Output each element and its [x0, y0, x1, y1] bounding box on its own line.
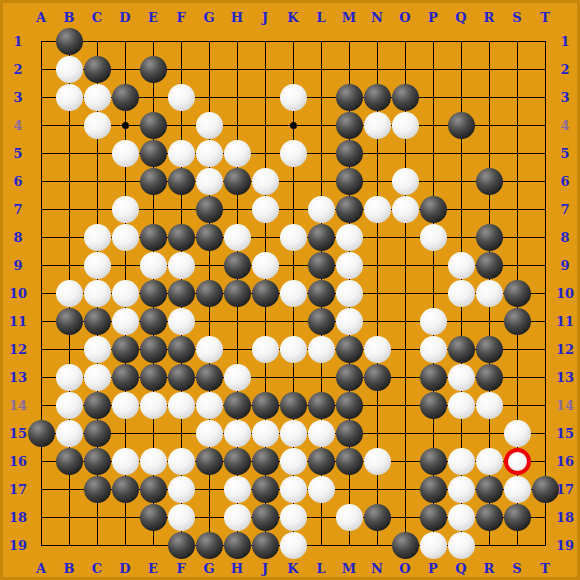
- stone-G19: [196, 532, 223, 559]
- row-label-right-19: 19: [556, 538, 574, 553]
- stone-G5: [196, 140, 223, 167]
- stone-L9: [308, 252, 335, 279]
- stone-Q17: [448, 476, 475, 503]
- stone-M11: [336, 308, 363, 335]
- row-label-left-16: 16: [9, 454, 27, 469]
- stone-H9: [224, 252, 251, 279]
- stone-L12: [308, 336, 335, 363]
- stone-Q9: [448, 252, 475, 279]
- col-label-bottom-M: M: [342, 561, 356, 576]
- stone-G8: [196, 224, 223, 251]
- stone-C17: [84, 476, 111, 503]
- row-label-right-17: 17: [556, 482, 574, 497]
- stone-R18: [476, 504, 503, 531]
- stone-E18: [140, 504, 167, 531]
- stone-N7: [364, 196, 391, 223]
- stone-D10: [112, 280, 139, 307]
- stone-C15: [84, 420, 111, 447]
- stone-J17: [252, 476, 279, 503]
- col-label-top-F: F: [176, 10, 185, 25]
- col-label-top-E: E: [148, 10, 158, 25]
- stone-E10: [140, 280, 167, 307]
- stone-D5: [112, 140, 139, 167]
- stone-E13: [140, 364, 167, 391]
- stone-C3: [84, 84, 111, 111]
- col-label-top-N: N: [371, 10, 383, 25]
- stone-B15: [56, 420, 83, 447]
- row-label-right-8: 8: [560, 230, 569, 245]
- stone-C12: [84, 336, 111, 363]
- stone-R12: [476, 336, 503, 363]
- stone-P7: [420, 196, 447, 223]
- row-label-left-13: 13: [9, 370, 27, 385]
- stone-E2: [140, 56, 167, 83]
- stone-R16: [476, 448, 503, 475]
- stone-H6: [224, 168, 251, 195]
- stone-G13: [196, 364, 223, 391]
- stone-S17: [504, 476, 531, 503]
- stone-F8: [168, 224, 195, 251]
- stone-L10: [308, 280, 335, 307]
- stone-C13: [84, 364, 111, 391]
- row-label-right-2: 2: [560, 62, 569, 77]
- row-label-right-5: 5: [560, 146, 569, 161]
- stone-O19: [392, 532, 419, 559]
- stone-Q16: [448, 448, 475, 475]
- stone-C9: [84, 252, 111, 279]
- col-label-bottom-O: O: [399, 561, 410, 576]
- stone-D13: [112, 364, 139, 391]
- stone-R10: [476, 280, 503, 307]
- stone-C2: [84, 56, 111, 83]
- stone-F10: [168, 280, 195, 307]
- stone-H18: [224, 504, 251, 531]
- col-label-bottom-A: A: [36, 561, 46, 576]
- stone-H8: [224, 224, 251, 251]
- stone-D16: [112, 448, 139, 475]
- col-label-bottom-K: K: [287, 561, 298, 576]
- stone-L11: [308, 308, 335, 335]
- stone-L15: [308, 420, 335, 447]
- col-label-top-T: T: [540, 10, 550, 25]
- stone-P11: [420, 308, 447, 335]
- stone-N4: [364, 112, 391, 139]
- star-point-D4: [122, 122, 129, 129]
- stone-G4: [196, 112, 223, 139]
- stone-G14: [196, 392, 223, 419]
- col-label-top-B: B: [64, 10, 75, 25]
- stone-S10: [504, 280, 531, 307]
- stone-B1: [56, 28, 83, 55]
- stone-R9: [476, 252, 503, 279]
- col-label-bottom-F: F: [176, 561, 185, 576]
- col-label-bottom-D: D: [119, 561, 130, 576]
- stone-E9: [140, 252, 167, 279]
- stone-R13: [476, 364, 503, 391]
- col-label-top-K: K: [287, 10, 298, 25]
- stone-S18: [504, 504, 531, 531]
- stone-E12: [140, 336, 167, 363]
- stone-J15: [252, 420, 279, 447]
- stone-Q12: [448, 336, 475, 363]
- row-label-left-14: 14: [9, 398, 27, 413]
- stone-F12: [168, 336, 195, 363]
- stone-J16: [252, 448, 279, 475]
- col-label-top-Q: Q: [455, 10, 466, 25]
- stone-M4: [336, 112, 363, 139]
- stone-F19: [168, 532, 195, 559]
- stone-C11: [84, 308, 111, 335]
- stone-B10: [56, 280, 83, 307]
- row-label-left-8: 8: [13, 230, 22, 245]
- stone-F18: [168, 504, 195, 531]
- stone-E4: [140, 112, 167, 139]
- stone-L16: [308, 448, 335, 475]
- stone-B13: [56, 364, 83, 391]
- row-label-right-15: 15: [556, 426, 574, 441]
- stone-K17: [280, 476, 307, 503]
- row-label-left-17: 17: [9, 482, 27, 497]
- stone-Q4: [448, 112, 475, 139]
- go-app-window: AABBCCDDEEFFGGHHJJKKLLMMNNOOPPQQRRSSTT11…: [0, 0, 580, 580]
- col-label-bottom-B: B: [64, 561, 75, 576]
- stone-P8: [420, 224, 447, 251]
- stone-K3: [280, 84, 307, 111]
- row-label-right-1: 1: [560, 34, 569, 49]
- stone-M12: [336, 336, 363, 363]
- stone-R8: [476, 224, 503, 251]
- col-label-top-A: A: [36, 10, 46, 25]
- stone-P19: [420, 532, 447, 559]
- col-label-bottom-P: P: [428, 561, 438, 576]
- stone-M3: [336, 84, 363, 111]
- stone-M7: [336, 196, 363, 223]
- stone-M8: [336, 224, 363, 251]
- stone-M10: [336, 280, 363, 307]
- stone-K14: [280, 392, 307, 419]
- stone-F16: [168, 448, 195, 475]
- row-label-left-6: 6: [13, 174, 22, 189]
- stone-D3: [112, 84, 139, 111]
- row-label-left-7: 7: [13, 202, 22, 217]
- col-label-top-R: R: [484, 10, 495, 25]
- row-label-left-15: 15: [9, 426, 27, 441]
- row-label-right-4: 4: [560, 118, 569, 133]
- col-label-bottom-E: E: [148, 561, 158, 576]
- stone-H5: [224, 140, 251, 167]
- stone-C8: [84, 224, 111, 251]
- row-label-left-5: 5: [13, 146, 22, 161]
- col-label-bottom-G: G: [203, 561, 214, 576]
- row-label-left-12: 12: [9, 342, 27, 357]
- stone-R6: [476, 168, 503, 195]
- col-label-top-S: S: [512, 10, 521, 25]
- stone-G10: [196, 280, 223, 307]
- stone-E5: [140, 140, 167, 167]
- row-label-left-1: 1: [13, 34, 22, 49]
- grid-line-vertical: [545, 41, 546, 546]
- stone-J7: [252, 196, 279, 223]
- row-label-left-2: 2: [13, 62, 22, 77]
- stone-L8: [308, 224, 335, 251]
- stone-P14: [420, 392, 447, 419]
- stone-N18: [364, 504, 391, 531]
- stone-C4: [84, 112, 111, 139]
- stone-P18: [420, 504, 447, 531]
- row-label-right-3: 3: [560, 90, 569, 105]
- stone-J14: [252, 392, 279, 419]
- stone-F17: [168, 476, 195, 503]
- col-label-bottom-S: S: [512, 561, 521, 576]
- stone-F6: [168, 168, 195, 195]
- stone-M16: [336, 448, 363, 475]
- stone-E8: [140, 224, 167, 251]
- stone-N3: [364, 84, 391, 111]
- stone-G12: [196, 336, 223, 363]
- stone-J19: [252, 532, 279, 559]
- stone-G16: [196, 448, 223, 475]
- stone-M15: [336, 420, 363, 447]
- stone-K8: [280, 224, 307, 251]
- row-label-right-13: 13: [556, 370, 574, 385]
- stone-Q18: [448, 504, 475, 531]
- stone-F13: [168, 364, 195, 391]
- stone-B2: [56, 56, 83, 83]
- stone-E11: [140, 308, 167, 335]
- stone-B3: [56, 84, 83, 111]
- stone-D7: [112, 196, 139, 223]
- stone-H13: [224, 364, 251, 391]
- stone-H15: [224, 420, 251, 447]
- col-label-top-D: D: [119, 10, 130, 25]
- stone-M6: [336, 168, 363, 195]
- stone-L17: [308, 476, 335, 503]
- stone-G7: [196, 196, 223, 223]
- stone-M9: [336, 252, 363, 279]
- go-board[interactable]: AABBCCDDEEFFGGHHJJKKLLMMNNOOPPQQRRSSTT11…: [3, 3, 580, 580]
- col-label-top-O: O: [399, 10, 410, 25]
- stone-C16: [84, 448, 111, 475]
- stone-K18: [280, 504, 307, 531]
- row-label-right-18: 18: [556, 510, 574, 525]
- stone-O7: [392, 196, 419, 223]
- stone-Q14: [448, 392, 475, 419]
- row-label-right-6: 6: [560, 174, 569, 189]
- stone-D12: [112, 336, 139, 363]
- row-label-right-7: 7: [560, 202, 569, 217]
- stone-C10: [84, 280, 111, 307]
- col-label-top-M: M: [342, 10, 356, 25]
- stone-O3: [392, 84, 419, 111]
- stone-E6: [140, 168, 167, 195]
- col-label-bottom-Q: Q: [455, 561, 466, 576]
- stone-M5: [336, 140, 363, 167]
- stone-D17: [112, 476, 139, 503]
- stone-L14: [308, 392, 335, 419]
- stone-H14: [224, 392, 251, 419]
- col-label-top-G: G: [203, 10, 214, 25]
- col-label-bottom-T: T: [540, 561, 550, 576]
- stone-K19: [280, 532, 307, 559]
- col-label-top-L: L: [316, 10, 325, 25]
- col-label-bottom-H: H: [231, 561, 243, 576]
- stone-M14: [336, 392, 363, 419]
- stone-F3: [168, 84, 195, 111]
- stone-G6: [196, 168, 223, 195]
- stone-N13: [364, 364, 391, 391]
- marked-last-move-stone-S16: [504, 448, 531, 475]
- stone-O6: [392, 168, 419, 195]
- stone-Q10: [448, 280, 475, 307]
- row-label-right-12: 12: [556, 342, 574, 357]
- star-point-K4: [290, 122, 297, 129]
- row-label-left-19: 19: [9, 538, 27, 553]
- row-label-left-11: 11: [9, 314, 27, 329]
- stone-K15: [280, 420, 307, 447]
- stone-N16: [364, 448, 391, 475]
- stone-J12: [252, 336, 279, 363]
- stone-K10: [280, 280, 307, 307]
- stone-P13: [420, 364, 447, 391]
- stone-H16: [224, 448, 251, 475]
- stone-R17: [476, 476, 503, 503]
- stone-M18: [336, 504, 363, 531]
- col-label-bottom-J: J: [262, 561, 268, 576]
- col-label-bottom-R: R: [484, 561, 495, 576]
- stone-P17: [420, 476, 447, 503]
- stone-K5: [280, 140, 307, 167]
- stone-F14: [168, 392, 195, 419]
- row-label-right-10: 10: [556, 286, 574, 301]
- row-label-left-18: 18: [9, 510, 27, 525]
- stone-Q19: [448, 532, 475, 559]
- stone-G15: [196, 420, 223, 447]
- stone-J9: [252, 252, 279, 279]
- stone-D14: [112, 392, 139, 419]
- stone-R14: [476, 392, 503, 419]
- col-label-top-J: J: [262, 10, 268, 25]
- stone-H19: [224, 532, 251, 559]
- stone-E14: [140, 392, 167, 419]
- stone-J10: [252, 280, 279, 307]
- stone-Q13: [448, 364, 475, 391]
- row-label-right-9: 9: [560, 258, 569, 273]
- stone-K16: [280, 448, 307, 475]
- stone-M13: [336, 364, 363, 391]
- stone-B14: [56, 392, 83, 419]
- row-label-left-9: 9: [13, 258, 22, 273]
- row-label-right-11: 11: [556, 314, 574, 329]
- stone-D8: [112, 224, 139, 251]
- stone-F9: [168, 252, 195, 279]
- col-label-top-P: P: [428, 10, 438, 25]
- stone-E17: [140, 476, 167, 503]
- stone-B11: [56, 308, 83, 335]
- row-label-left-4: 4: [13, 118, 22, 133]
- stone-B16: [56, 448, 83, 475]
- col-label-bottom-N: N: [371, 561, 383, 576]
- stone-J6: [252, 168, 279, 195]
- stone-P12: [420, 336, 447, 363]
- stone-H10: [224, 280, 251, 307]
- stone-L7: [308, 196, 335, 223]
- col-label-top-H: H: [231, 10, 243, 25]
- row-label-right-16: 16: [556, 454, 574, 469]
- stone-E16: [140, 448, 167, 475]
- col-label-bottom-L: L: [316, 561, 325, 576]
- stone-N12: [364, 336, 391, 363]
- row-label-right-14: 14: [556, 398, 574, 413]
- stone-O4: [392, 112, 419, 139]
- stone-S15: [504, 420, 531, 447]
- stone-F5: [168, 140, 195, 167]
- col-label-top-C: C: [92, 10, 102, 25]
- col-label-bottom-C: C: [92, 561, 102, 576]
- stone-T17: [532, 476, 559, 503]
- stone-C14: [84, 392, 111, 419]
- stone-D11: [112, 308, 139, 335]
- stone-S11: [504, 308, 531, 335]
- row-label-left-3: 3: [13, 90, 22, 105]
- stone-K12: [280, 336, 307, 363]
- stone-A15: [28, 420, 55, 447]
- stone-J18: [252, 504, 279, 531]
- stone-F11: [168, 308, 195, 335]
- stone-P16: [420, 448, 447, 475]
- row-label-left-10: 10: [9, 286, 27, 301]
- stone-H17: [224, 476, 251, 503]
